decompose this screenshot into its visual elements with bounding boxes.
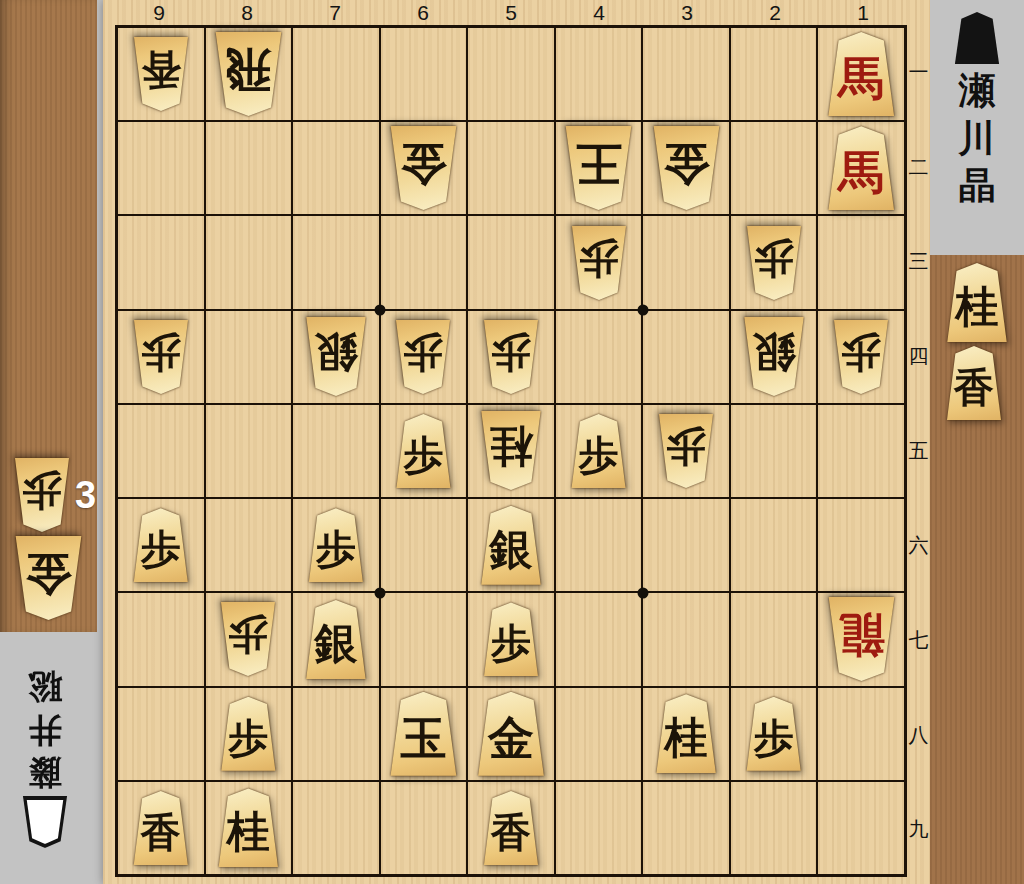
piece-face: 金 bbox=[12, 536, 85, 620]
gote-name-char: 井 bbox=[29, 711, 62, 747]
cell-1-3[interactable] bbox=[818, 216, 904, 308]
file-label-1: 1 bbox=[819, 0, 907, 25]
shogi-piece-L[interactable]: 香 bbox=[944, 346, 1004, 420]
sente-name-char: 瀬 bbox=[959, 71, 996, 112]
cell-9-4[interactable]: 歩 bbox=[118, 311, 204, 403]
cell-5-2[interactable] bbox=[468, 122, 554, 214]
gote-hand-pieces: 歩3金 bbox=[12, 454, 96, 620]
cell-7-5[interactable] bbox=[293, 405, 379, 497]
piece-face: 馬 bbox=[825, 126, 898, 210]
cell-3-2[interactable]: 金 bbox=[643, 122, 729, 214]
star-point bbox=[375, 588, 386, 599]
shogi-piece-N[interactable]: 桂 bbox=[653, 694, 719, 773]
file-labels: 987654321 bbox=[115, 0, 907, 25]
sente-name-panel: 瀬川晶 bbox=[930, 0, 1024, 255]
cell-8-4[interactable] bbox=[206, 311, 292, 403]
cell-6-8[interactable]: 玉 bbox=[381, 688, 467, 780]
piece-kanji: 王 bbox=[576, 141, 622, 187]
cell-5-5[interactable]: 桂 bbox=[468, 405, 554, 497]
shogi-piece-N[interactable]: 桂 bbox=[944, 263, 1010, 342]
cell-6-2[interactable]: 金 bbox=[381, 122, 467, 214]
shogi-piece-P[interactable]: 歩 bbox=[12, 458, 72, 532]
cell-7-6[interactable]: 歩 bbox=[293, 499, 379, 591]
piece-face: 金 bbox=[474, 692, 547, 776]
cell-5-1[interactable] bbox=[468, 28, 554, 120]
piece-kanji: 銀 bbox=[489, 528, 532, 571]
piece-face: 香 bbox=[131, 37, 191, 111]
cell-8-2[interactable] bbox=[206, 122, 292, 214]
piece-face: 歩 bbox=[831, 320, 891, 394]
shogi-piece-L[interactable]: 香 bbox=[131, 37, 191, 111]
shogi-piece-K[interactable]: 王 bbox=[562, 126, 635, 210]
cell-5-4[interactable]: 歩 bbox=[468, 311, 554, 403]
cell-7-2[interactable] bbox=[293, 122, 379, 214]
cell-8-5[interactable] bbox=[206, 405, 292, 497]
piece-face: 歩 bbox=[131, 320, 191, 394]
piece-face: 飛 bbox=[212, 32, 285, 116]
cell-4-3[interactable]: 歩 bbox=[556, 216, 642, 308]
piece-kanji: 玉 bbox=[400, 715, 446, 761]
shogi-piece-P[interactable]: 歩 bbox=[656, 414, 716, 488]
board-grid: 香飛馬金王金馬歩歩歩銀歩歩銀歩歩桂歩歩歩歩銀歩銀歩龍歩玉金桂歩香桂香 bbox=[115, 25, 907, 877]
rank-label-9: 九 bbox=[907, 782, 930, 877]
piece-kanji: 香 bbox=[491, 812, 531, 852]
sente-hand-pieces: 桂香 bbox=[944, 259, 1010, 420]
shogi-piece-L[interactable]: 香 bbox=[131, 791, 191, 865]
cell-3-6[interactable] bbox=[643, 499, 729, 591]
sente-player-name: 瀬川晶 bbox=[954, 12, 1000, 207]
piece-kanji: 桂 bbox=[227, 810, 270, 853]
rank-label-2: 二 bbox=[907, 120, 930, 215]
shogi-piece-P[interactable]: 歩 bbox=[481, 602, 541, 676]
piece-face: 歩 bbox=[218, 697, 278, 771]
file-label-9: 9 bbox=[115, 0, 203, 25]
cell-7-3[interactable] bbox=[293, 216, 379, 308]
cell-3-7[interactable] bbox=[643, 593, 729, 685]
piece-kanji: 歩 bbox=[228, 718, 268, 758]
piece-kanji: 歩 bbox=[316, 529, 356, 569]
piece-kanji: 歩 bbox=[141, 333, 181, 373]
piece-kanji: 桂 bbox=[489, 425, 532, 468]
piece-face: 銀 bbox=[741, 317, 807, 396]
gote-name-char: 聡 bbox=[29, 669, 62, 705]
cell-6-5[interactable]: 歩 bbox=[381, 405, 467, 497]
piece-face: 龍 bbox=[825, 597, 898, 681]
piece-face: 歩 bbox=[481, 320, 541, 394]
shogi-piece-S[interactable]: 銀 bbox=[741, 317, 807, 396]
file-label-4: 4 bbox=[555, 0, 643, 25]
piece-face: 歩 bbox=[393, 414, 453, 488]
cell-7-1[interactable] bbox=[293, 28, 379, 120]
piece-kanji: 桂 bbox=[956, 285, 999, 328]
rank-labels: 一二三四五六七八九 bbox=[907, 25, 930, 877]
piece-kanji: 金 bbox=[400, 141, 446, 187]
piece-kanji: 歩 bbox=[228, 615, 268, 655]
shogi-piece-S[interactable]: 銀 bbox=[303, 317, 369, 396]
cell-5-9[interactable]: 香 bbox=[468, 782, 554, 874]
piece-kanji: 歩 bbox=[579, 435, 619, 475]
shogi-piece-P[interactable]: 歩 bbox=[569, 414, 629, 488]
shogi-piece-S[interactable]: 銀 bbox=[303, 600, 369, 679]
cell-4-5[interactable]: 歩 bbox=[556, 405, 642, 497]
piece-face: 香 bbox=[131, 791, 191, 865]
piece-kanji: 銀 bbox=[752, 331, 795, 374]
shogi-app: 987654321 香飛馬金王金馬歩歩歩銀歩歩銀歩歩桂歩歩歩歩銀歩銀歩龍歩玉金桂… bbox=[0, 0, 1024, 884]
hand-piece-count: 3 bbox=[75, 474, 96, 517]
rank-label-8: 八 bbox=[907, 688, 930, 783]
piece-kanji: 飛 bbox=[225, 47, 271, 93]
shogi-piece-P[interactable]: 歩 bbox=[393, 414, 453, 488]
piece-face: 歩 bbox=[744, 697, 804, 771]
hand-piece-row: 金 bbox=[12, 536, 96, 620]
gote-komadai: 歩3金 bbox=[0, 0, 97, 632]
cell-9-9[interactable]: 香 bbox=[118, 782, 204, 874]
shogi-piece-R[interactable]: 飛 bbox=[212, 32, 285, 116]
cell-8-7[interactable]: 歩 bbox=[206, 593, 292, 685]
shogi-piece-P[interactable]: 歩 bbox=[569, 226, 629, 300]
cell-3-3[interactable] bbox=[643, 216, 729, 308]
hand-piece-row: 歩3 bbox=[12, 458, 96, 532]
rank-label-5: 五 bbox=[907, 404, 930, 499]
file-label-2: 2 bbox=[731, 0, 819, 25]
rank-label-6: 六 bbox=[907, 498, 930, 593]
cell-7-8[interactable] bbox=[293, 688, 379, 780]
gote-marker-fill bbox=[26, 799, 64, 843]
piece-kanji: 歩 bbox=[754, 239, 794, 279]
shogi-piece-P[interactable]: 歩 bbox=[744, 226, 804, 300]
cell-4-9[interactable] bbox=[556, 782, 642, 874]
piece-face: 銀 bbox=[303, 317, 369, 396]
piece-kanji: 歩 bbox=[491, 623, 531, 663]
piece-face: 桂 bbox=[944, 263, 1010, 342]
shogi-piece-P[interactable]: 歩 bbox=[306, 508, 366, 582]
piece-face: 桂 bbox=[215, 788, 281, 867]
cell-8-8[interactable]: 歩 bbox=[206, 688, 292, 780]
cell-3-4[interactable] bbox=[643, 311, 729, 403]
piece-kanji: 歩 bbox=[403, 435, 443, 475]
shogi-piece-P[interactable]: 歩 bbox=[131, 320, 191, 394]
cell-2-2[interactable] bbox=[731, 122, 817, 214]
file-label-8: 8 bbox=[203, 0, 291, 25]
cell-2-7[interactable] bbox=[731, 593, 817, 685]
star-point bbox=[638, 588, 649, 599]
cell-8-6[interactable] bbox=[206, 499, 292, 591]
piece-face: 歩 bbox=[656, 414, 716, 488]
piece-kanji: 歩 bbox=[403, 333, 443, 373]
shogi-piece-P[interactable]: 歩 bbox=[218, 697, 278, 771]
cell-1-2[interactable]: 馬 bbox=[818, 122, 904, 214]
piece-kanji: 歩 bbox=[22, 471, 62, 511]
piece-kanji: 金 bbox=[26, 551, 72, 597]
shogi-piece-S[interactable]: 銀 bbox=[478, 506, 544, 585]
piece-face: 王 bbox=[562, 126, 635, 210]
piece-kanji: 香 bbox=[954, 367, 994, 407]
cell-7-9[interactable] bbox=[293, 782, 379, 874]
sente-komadai: 桂香 bbox=[930, 255, 1024, 884]
cell-2-6[interactable] bbox=[731, 499, 817, 591]
shogi-piece-N[interactable]: 桂 bbox=[478, 411, 544, 490]
piece-kanji: 金 bbox=[488, 715, 534, 761]
hand-piece-row: 香 bbox=[944, 346, 1010, 420]
rank-label-7: 七 bbox=[907, 593, 930, 688]
piece-face: 歩 bbox=[481, 602, 541, 676]
shogi-piece-N[interactable]: 桂 bbox=[215, 788, 281, 867]
piece-face: 歩 bbox=[744, 226, 804, 300]
cell-9-1[interactable]: 香 bbox=[118, 28, 204, 120]
piece-face: 歩 bbox=[569, 414, 629, 488]
cell-3-5[interactable]: 歩 bbox=[643, 405, 729, 497]
shogi-piece-G[interactable]: 金 bbox=[12, 536, 85, 620]
cell-5-8[interactable]: 金 bbox=[468, 688, 554, 780]
sente-name-char: 川 bbox=[959, 119, 996, 160]
cell-6-1[interactable] bbox=[381, 28, 467, 120]
cell-4-2[interactable]: 王 bbox=[556, 122, 642, 214]
cell-6-7[interactable] bbox=[381, 593, 467, 685]
cell-8-9[interactable]: 桂 bbox=[206, 782, 292, 874]
piece-kanji: 桂 bbox=[665, 716, 708, 759]
star-point bbox=[638, 305, 649, 316]
piece-kanji: 歩 bbox=[579, 239, 619, 279]
piece-face: 香 bbox=[481, 791, 541, 865]
cell-5-7[interactable]: 歩 bbox=[468, 593, 554, 685]
shogi-piece-+B[interactable]: 馬 bbox=[825, 126, 898, 210]
cell-9-2[interactable] bbox=[118, 122, 204, 214]
cell-9-7[interactable] bbox=[118, 593, 204, 685]
piece-kanji: 香 bbox=[141, 812, 181, 852]
piece-kanji: 歩 bbox=[841, 333, 881, 373]
piece-kanji: 歩 bbox=[754, 718, 794, 758]
piece-face: 銀 bbox=[478, 506, 544, 585]
piece-face: 桂 bbox=[478, 411, 544, 490]
piece-face: 歩 bbox=[569, 226, 629, 300]
rank-label-3: 三 bbox=[907, 214, 930, 309]
shogi-piece-+B[interactable]: 馬 bbox=[825, 32, 898, 116]
shogi-piece-+R[interactable]: 龍 bbox=[825, 597, 898, 681]
cell-1-9[interactable] bbox=[818, 782, 904, 874]
cell-3-9[interactable] bbox=[643, 782, 729, 874]
cell-7-7[interactable]: 銀 bbox=[293, 593, 379, 685]
hand-piece-row: 桂 bbox=[944, 263, 1010, 342]
cell-1-4[interactable]: 歩 bbox=[818, 311, 904, 403]
cell-6-6[interactable] bbox=[381, 499, 467, 591]
cell-4-4[interactable] bbox=[556, 311, 642, 403]
piece-kanji: 銀 bbox=[314, 622, 357, 665]
gote-name-char: 藤 bbox=[29, 753, 62, 789]
cell-9-3[interactable] bbox=[118, 216, 204, 308]
cell-1-7[interactable]: 龍 bbox=[818, 593, 904, 685]
cell-4-8[interactable] bbox=[556, 688, 642, 780]
cell-8-1[interactable]: 飛 bbox=[206, 28, 292, 120]
gote-name-panel: 藤井聡 bbox=[0, 632, 90, 884]
shogi-piece-P[interactable]: 歩 bbox=[131, 508, 191, 582]
piece-kanji: 歩 bbox=[491, 333, 531, 373]
piece-kanji: 金 bbox=[663, 141, 709, 187]
cell-4-1[interactable] bbox=[556, 28, 642, 120]
cell-4-6[interactable] bbox=[556, 499, 642, 591]
piece-face: 銀 bbox=[303, 600, 369, 679]
shogi-piece-G[interactable]: 金 bbox=[650, 126, 723, 210]
rank-label-4: 四 bbox=[907, 309, 930, 404]
piece-face: 桂 bbox=[653, 694, 719, 773]
cell-9-6[interactable]: 歩 bbox=[118, 499, 204, 591]
cell-2-9[interactable] bbox=[731, 782, 817, 874]
shogi-piece-K[interactable]: 玉 bbox=[387, 692, 460, 776]
cell-6-3[interactable] bbox=[381, 216, 467, 308]
piece-face: 歩 bbox=[306, 508, 366, 582]
cell-9-5[interactable] bbox=[118, 405, 204, 497]
file-label-6: 6 bbox=[379, 0, 467, 25]
rank-label-1: 一 bbox=[907, 25, 930, 120]
cell-6-4[interactable]: 歩 bbox=[381, 311, 467, 403]
piece-kanji: 銀 bbox=[314, 331, 357, 374]
piece-face: 金 bbox=[650, 126, 723, 210]
cell-9-8[interactable] bbox=[118, 688, 204, 780]
file-label-5: 5 bbox=[467, 0, 555, 25]
shogi-piece-P[interactable]: 歩 bbox=[393, 320, 453, 394]
piece-face: 歩 bbox=[131, 508, 191, 582]
cell-7-4[interactable]: 銀 bbox=[293, 311, 379, 403]
shogi-piece-P[interactable]: 歩 bbox=[218, 602, 278, 676]
piece-kanji: 馬 bbox=[838, 149, 884, 195]
star-point bbox=[375, 305, 386, 316]
cell-3-8[interactable]: 桂 bbox=[643, 688, 729, 780]
piece-face: 香 bbox=[944, 346, 1004, 420]
shogi-piece-G[interactable]: 金 bbox=[474, 692, 547, 776]
shogi-piece-P[interactable]: 歩 bbox=[481, 320, 541, 394]
sente-marker-icon bbox=[954, 12, 1000, 64]
shogi-piece-P[interactable]: 歩 bbox=[831, 320, 891, 394]
shogi-piece-L[interactable]: 香 bbox=[481, 791, 541, 865]
piece-face: 歩 bbox=[393, 320, 453, 394]
cell-2-1[interactable] bbox=[731, 28, 817, 120]
piece-kanji: 歩 bbox=[666, 427, 706, 467]
piece-kanji: 馬 bbox=[838, 55, 884, 101]
cell-4-7[interactable] bbox=[556, 593, 642, 685]
cell-5-3[interactable] bbox=[468, 216, 554, 308]
cell-2-3[interactable]: 歩 bbox=[731, 216, 817, 308]
cell-1-6[interactable] bbox=[818, 499, 904, 591]
piece-kanji: 歩 bbox=[141, 529, 181, 569]
shogi-piece-P[interactable]: 歩 bbox=[744, 697, 804, 771]
gote-player-name: 藤井聡 bbox=[22, 669, 68, 848]
cell-8-3[interactable] bbox=[206, 216, 292, 308]
file-label-3: 3 bbox=[643, 0, 731, 25]
cell-6-9[interactable] bbox=[381, 782, 467, 874]
cell-1-5[interactable] bbox=[818, 405, 904, 497]
file-label-7: 7 bbox=[291, 0, 379, 25]
gote-marker-icon bbox=[22, 795, 68, 847]
cell-1-1[interactable]: 馬 bbox=[818, 28, 904, 120]
piece-kanji: 香 bbox=[141, 50, 181, 90]
cell-5-6[interactable]: 銀 bbox=[468, 499, 554, 591]
shogi-board: 987654321 香飛馬金王金馬歩歩歩銀歩歩銀歩歩桂歩歩歩歩銀歩銀歩龍歩玉金桂… bbox=[103, 0, 930, 884]
piece-face: 歩 bbox=[218, 602, 278, 676]
piece-face: 玉 bbox=[387, 692, 460, 776]
sente-name-char: 晶 bbox=[959, 166, 996, 207]
piece-face: 金 bbox=[387, 126, 460, 210]
cell-2-4[interactable]: 銀 bbox=[731, 311, 817, 403]
shogi-piece-G[interactable]: 金 bbox=[387, 126, 460, 210]
cell-2-8[interactable]: 歩 bbox=[731, 688, 817, 780]
cell-2-5[interactable] bbox=[731, 405, 817, 497]
cell-1-8[interactable] bbox=[818, 688, 904, 780]
piece-face: 馬 bbox=[825, 32, 898, 116]
cell-3-1[interactable] bbox=[643, 28, 729, 120]
piece-kanji: 龍 bbox=[838, 612, 884, 658]
piece-face: 歩 bbox=[12, 458, 72, 532]
